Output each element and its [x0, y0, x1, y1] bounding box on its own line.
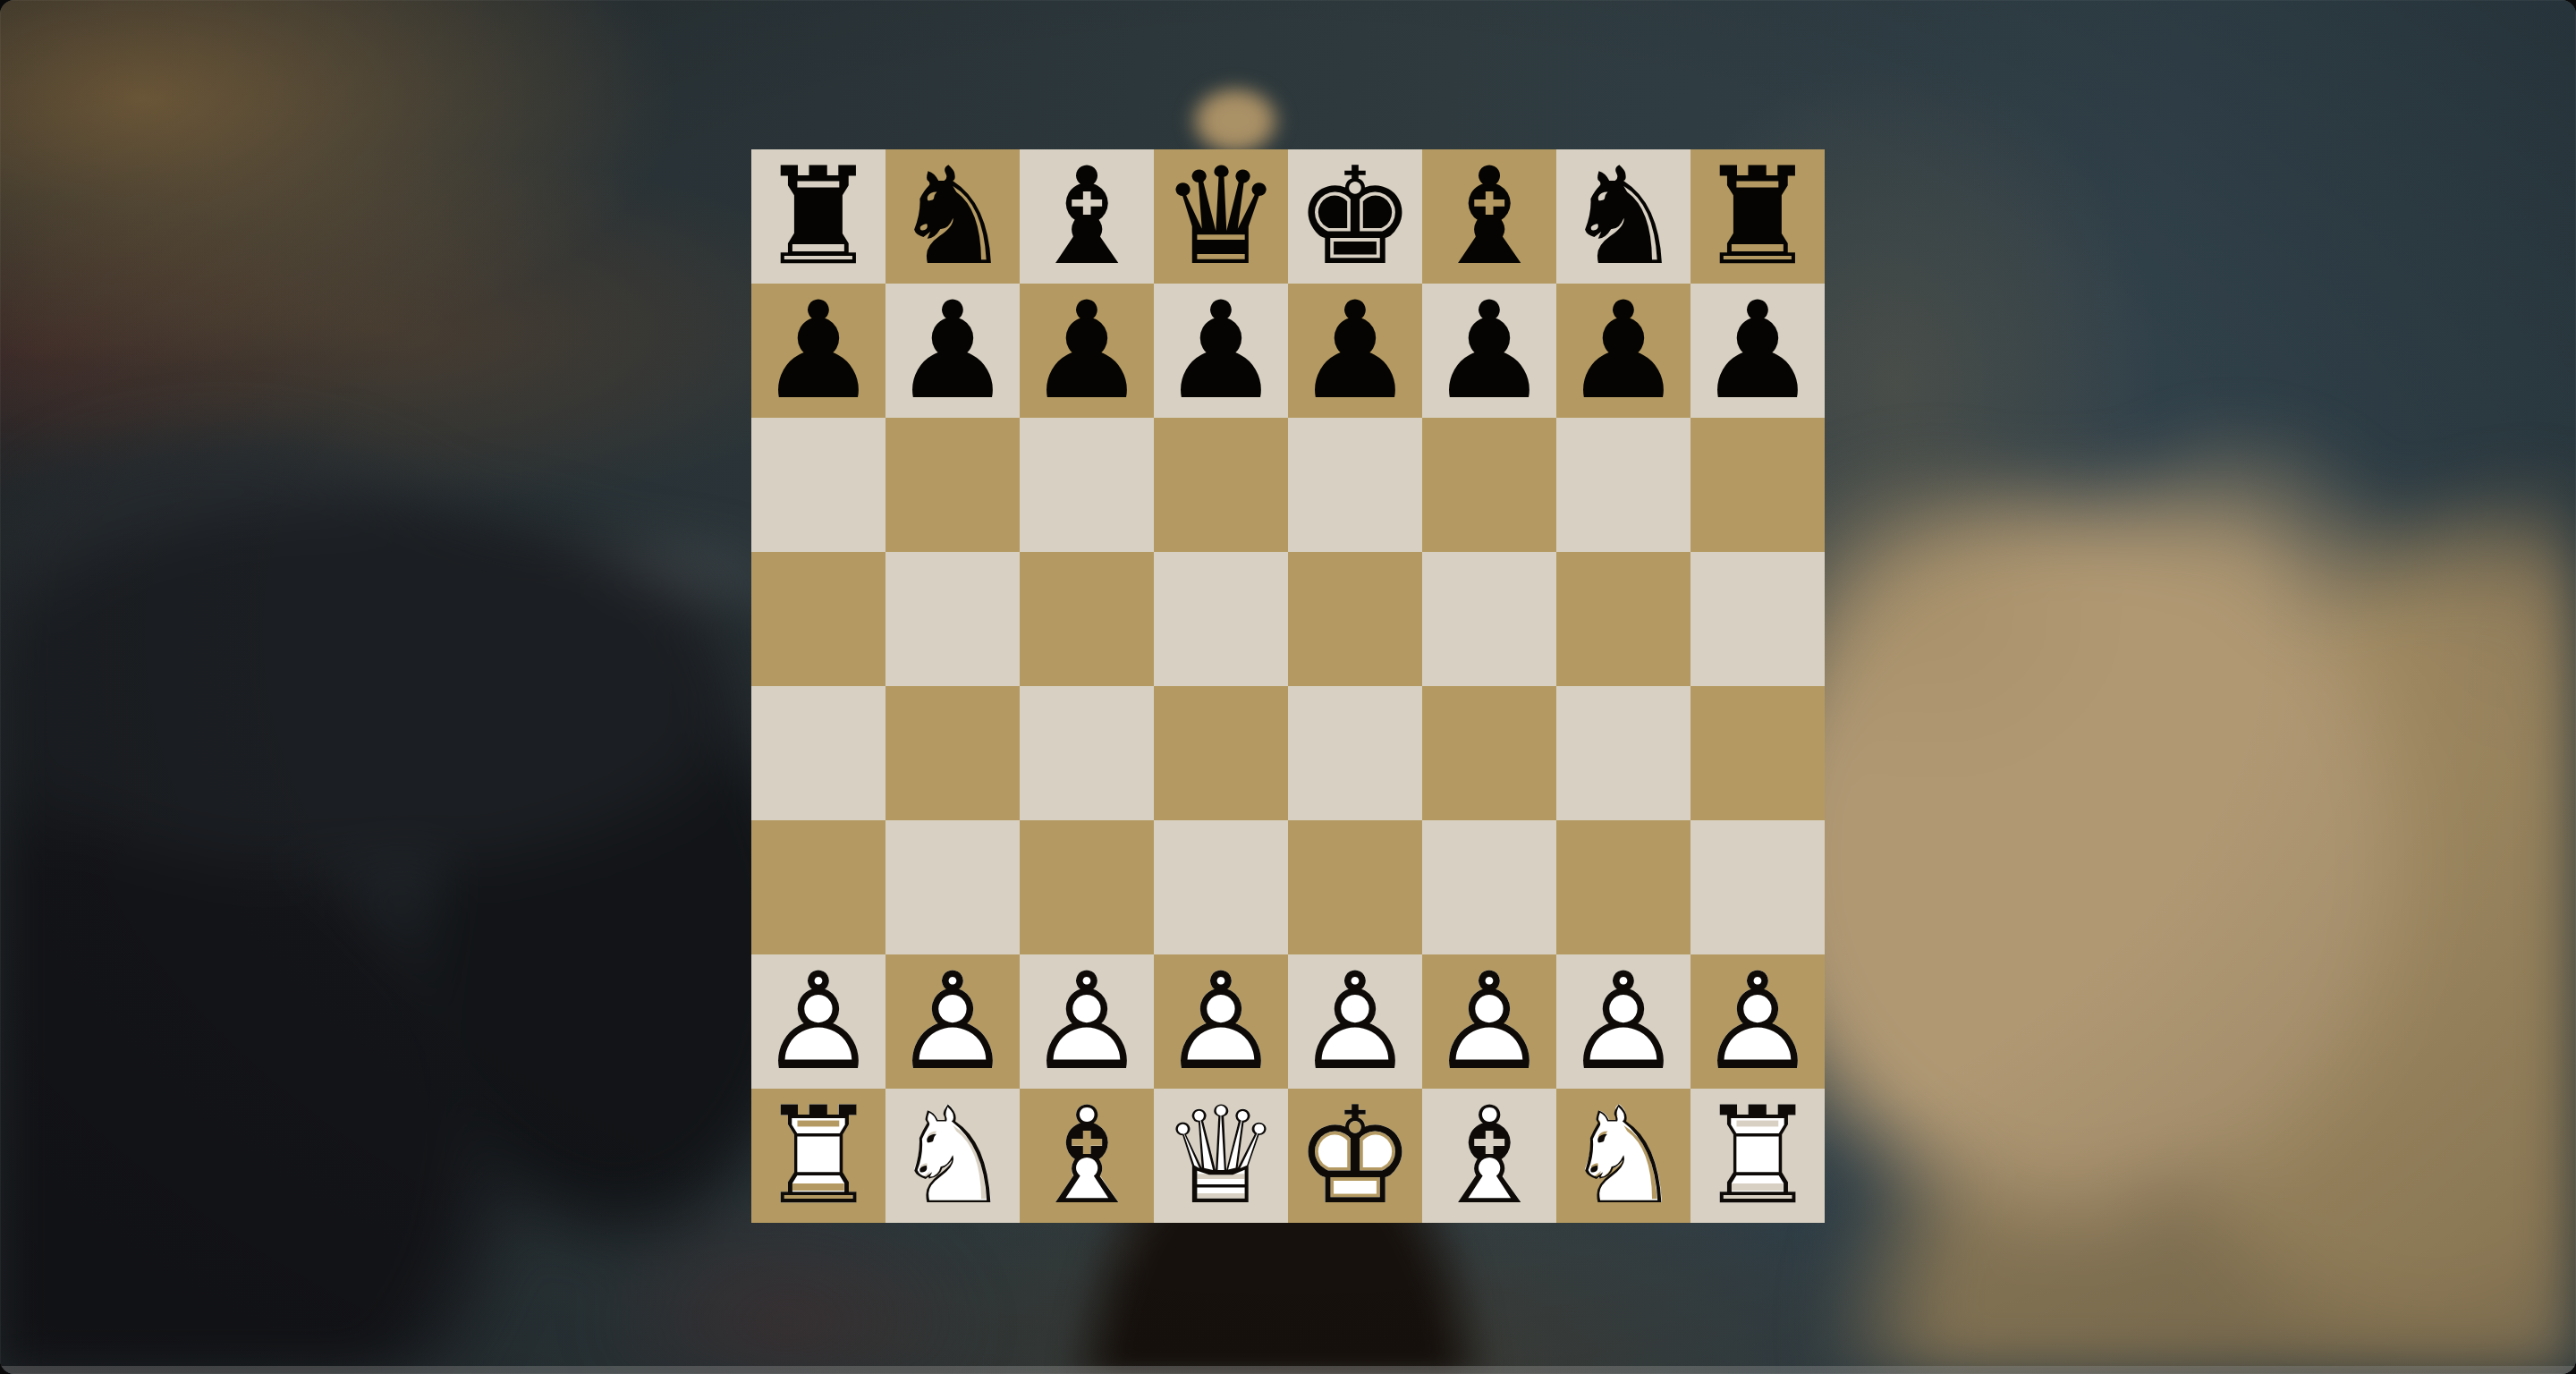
square-f2[interactable]: ♟♙ [1422, 954, 1556, 1089]
piece-black-queen[interactable]: ♛ [1154, 149, 1288, 284]
square-d3[interactable] [1154, 820, 1288, 954]
piece-white-bishop[interactable]: ♝♗ [1020, 1089, 1154, 1223]
square-c7[interactable]: ♟ [1020, 284, 1154, 418]
piece-white-rook[interactable]: ♜♖ [1690, 1089, 1825, 1223]
square-b6[interactable] [885, 418, 1020, 552]
piece-black-pawn[interactable]: ♟ [1154, 284, 1288, 418]
square-e6[interactable] [1288, 418, 1422, 552]
piece-black-rook[interactable]: ♜ [751, 149, 885, 284]
square-a3[interactable] [751, 820, 885, 954]
piece-black-pawn[interactable]: ♟ [1020, 284, 1154, 418]
square-d2[interactable]: ♟♙ [1154, 954, 1288, 1089]
piece-white-pawn[interactable]: ♟♙ [751, 954, 885, 1089]
square-b7[interactable]: ♟ [885, 284, 1020, 418]
square-g3[interactable] [1556, 820, 1690, 954]
piece-white-pawn[interactable]: ♟♙ [1556, 954, 1690, 1089]
square-f1[interactable]: ♝♗ [1422, 1089, 1556, 1223]
square-e8[interactable]: ♚ [1288, 149, 1422, 284]
piece-black-pawn[interactable]: ♟ [1690, 284, 1825, 418]
square-b3[interactable] [885, 820, 1020, 954]
square-h4[interactable] [1690, 686, 1825, 820]
piece-black-pawn[interactable]: ♟ [1288, 284, 1422, 418]
piece-white-pawn[interactable]: ♟♙ [1288, 954, 1422, 1089]
square-b2[interactable]: ♟♙ [885, 954, 1020, 1089]
square-g7[interactable]: ♟ [1556, 284, 1690, 418]
square-e3[interactable] [1288, 820, 1422, 954]
square-e2[interactable]: ♟♙ [1288, 954, 1422, 1089]
square-b8[interactable]: ♞ [885, 149, 1020, 284]
piece-black-bishop[interactable]: ♝ [1422, 149, 1556, 284]
piece-white-pawn[interactable]: ♟♙ [1154, 954, 1288, 1089]
square-e4[interactable] [1288, 686, 1422, 820]
piece-white-rook[interactable]: ♜♖ [751, 1089, 885, 1223]
piece-black-pawn[interactable]: ♟ [1556, 284, 1690, 418]
piece-white-pawn[interactable]: ♟♙ [1422, 954, 1556, 1089]
square-c4[interactable] [1020, 686, 1154, 820]
piece-black-knight[interactable]: ♞ [885, 149, 1020, 284]
square-f8[interactable]: ♝ [1422, 149, 1556, 284]
piece-white-knight[interactable]: ♞♘ [1556, 1089, 1690, 1223]
square-h1[interactable]: ♜♖ [1690, 1089, 1825, 1223]
square-b1[interactable]: ♞♘ [885, 1089, 1020, 1223]
square-d8[interactable]: ♛ [1154, 149, 1288, 284]
square-g2[interactable]: ♟♙ [1556, 954, 1690, 1089]
piece-white-queen[interactable]: ♛♕ [1154, 1089, 1288, 1223]
piece-white-pawn[interactable]: ♟♙ [1020, 954, 1154, 1089]
square-h6[interactable] [1690, 418, 1825, 552]
square-d4[interactable] [1154, 686, 1288, 820]
square-e1[interactable]: ♚♔ [1288, 1089, 1422, 1223]
chess-board: ♜♞♝♛♚♝♞♜♟♟♟♟♟♟♟♟♟♙♟♙♟♙♟♙♟♙♟♙♟♙♟♙♜♖♞♘♝♗♛♕… [751, 149, 1825, 1223]
square-f6[interactable] [1422, 418, 1556, 552]
square-h5[interactable] [1690, 552, 1825, 686]
square-g6[interactable] [1556, 418, 1690, 552]
square-a6[interactable] [751, 418, 885, 552]
square-a2[interactable]: ♟♙ [751, 954, 885, 1089]
square-d6[interactable] [1154, 418, 1288, 552]
square-a7[interactable]: ♟ [751, 284, 885, 418]
square-g4[interactable] [1556, 686, 1690, 820]
square-c2[interactable]: ♟♙ [1020, 954, 1154, 1089]
square-g5[interactable] [1556, 552, 1690, 686]
square-c8[interactable]: ♝ [1020, 149, 1154, 284]
piece-black-pawn[interactable]: ♟ [751, 284, 885, 418]
square-e7[interactable]: ♟ [1288, 284, 1422, 418]
app-window: ♜♞♝♛♚♝♞♜♟♟♟♟♟♟♟♟♟♙♟♙♟♙♟♙♟♙♟♙♟♙♟♙♜♖♞♘♝♗♛♕… [0, 0, 2576, 1374]
piece-white-king[interactable]: ♚♔ [1288, 1089, 1422, 1223]
square-h2[interactable]: ♟♙ [1690, 954, 1825, 1089]
piece-white-pawn[interactable]: ♟♙ [1690, 954, 1825, 1089]
piece-black-knight[interactable]: ♞ [1556, 149, 1690, 284]
square-a4[interactable] [751, 686, 885, 820]
square-a8[interactable]: ♜ [751, 149, 885, 284]
square-b4[interactable] [885, 686, 1020, 820]
piece-white-bishop[interactable]: ♝♗ [1422, 1089, 1556, 1223]
square-f7[interactable]: ♟ [1422, 284, 1556, 418]
square-g8[interactable]: ♞ [1556, 149, 1690, 284]
square-d5[interactable] [1154, 552, 1288, 686]
square-a5[interactable] [751, 552, 885, 686]
square-f5[interactable] [1422, 552, 1556, 686]
square-f3[interactable] [1422, 820, 1556, 954]
piece-black-pawn[interactable]: ♟ [1422, 284, 1556, 418]
square-d1[interactable]: ♛♕ [1154, 1089, 1288, 1223]
square-c6[interactable] [1020, 418, 1154, 552]
square-g1[interactable]: ♞♘ [1556, 1089, 1690, 1223]
square-a1[interactable]: ♜♖ [751, 1089, 885, 1223]
square-c1[interactable]: ♝♗ [1020, 1089, 1154, 1223]
piece-white-pawn[interactable]: ♟♙ [885, 954, 1020, 1089]
square-h8[interactable]: ♜ [1690, 149, 1825, 284]
piece-black-bishop[interactable]: ♝ [1020, 149, 1154, 284]
piece-black-pawn[interactable]: ♟ [885, 284, 1020, 418]
square-c5[interactable] [1020, 552, 1154, 686]
square-c3[interactable] [1020, 820, 1154, 954]
square-b5[interactable] [885, 552, 1020, 686]
square-h7[interactable]: ♟ [1690, 284, 1825, 418]
square-d7[interactable]: ♟ [1154, 284, 1288, 418]
square-h3[interactable] [1690, 820, 1825, 954]
piece-white-knight[interactable]: ♞♘ [885, 1089, 1020, 1223]
square-f4[interactable] [1422, 686, 1556, 820]
square-e5[interactable] [1288, 552, 1422, 686]
piece-black-king[interactable]: ♚ [1288, 149, 1422, 284]
piece-black-rook[interactable]: ♜ [1690, 149, 1825, 284]
